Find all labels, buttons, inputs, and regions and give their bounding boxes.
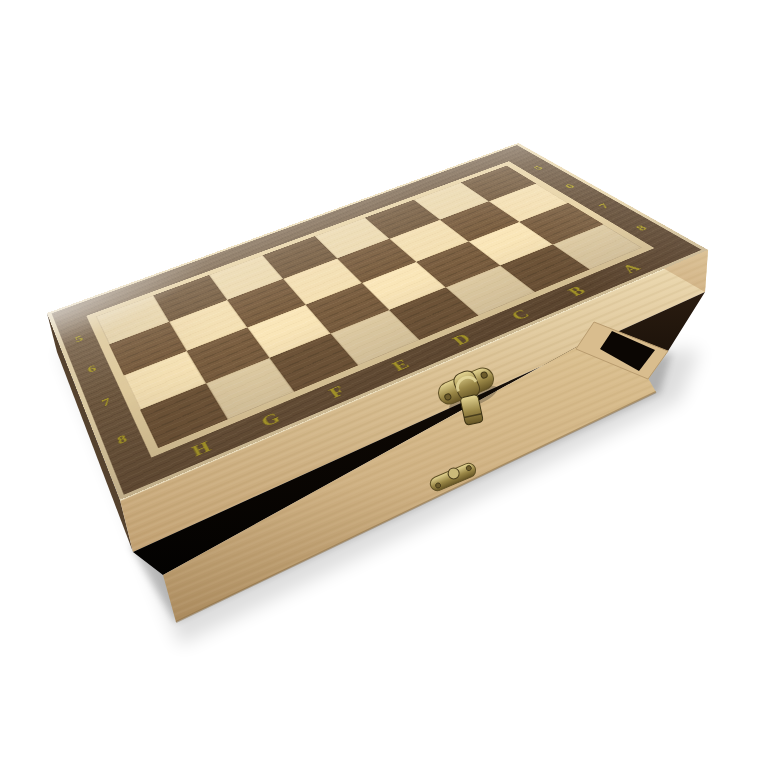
chess-box-photo: HGFEDCBA56785678: [0, 0, 767, 767]
